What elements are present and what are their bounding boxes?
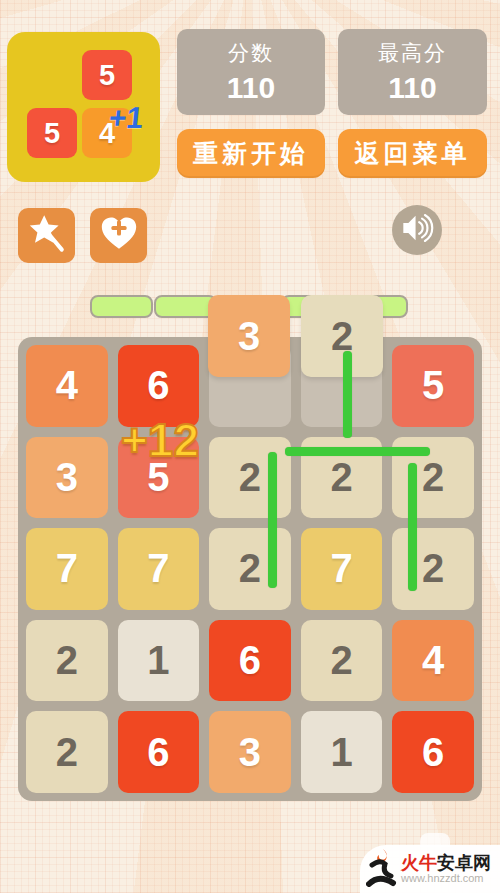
heart-plus-button[interactable] bbox=[90, 208, 147, 263]
board-cell-r4c3[interactable]: 6 bbox=[209, 620, 291, 702]
falling-tile-3[interactable]: 3 bbox=[208, 295, 290, 377]
magic-wand-button[interactable] bbox=[18, 208, 75, 263]
best-score-value: 110 bbox=[388, 71, 436, 105]
best-score-label: 最高分 bbox=[378, 39, 447, 67]
score-panel: 分数 110 bbox=[177, 29, 325, 115]
board-cell-r3c5[interactable]: 2 bbox=[392, 528, 474, 610]
heart-plus-icon bbox=[96, 212, 142, 260]
merge-path-line-horizontal bbox=[285, 447, 430, 456]
queue-bonus-badge: +1 bbox=[107, 101, 145, 135]
magic-wand-icon bbox=[24, 212, 70, 260]
watermark-url: www.hnzzdt.com bbox=[401, 873, 491, 885]
board-cell-r5c1[interactable]: 2 bbox=[26, 711, 108, 793]
queue-tile: 5 bbox=[27, 108, 77, 158]
progress-segment bbox=[90, 295, 153, 318]
score-label: 分数 bbox=[228, 39, 274, 67]
board-cell-r5c4[interactable]: 1 bbox=[301, 711, 383, 793]
falling-tile-2[interactable]: 2 bbox=[301, 295, 383, 377]
score-value: 110 bbox=[227, 71, 275, 105]
board-cell-r4c4[interactable]: 2 bbox=[301, 620, 383, 702]
board-cell-r2c3[interactable]: 2 bbox=[209, 437, 291, 519]
board-cell-r4c2[interactable]: 1 bbox=[118, 620, 200, 702]
back-to-menu-button[interactable]: 返回菜单 bbox=[338, 129, 487, 178]
board-cell-r4c5[interactable]: 4 bbox=[392, 620, 474, 702]
best-score-panel: 最高分 110 bbox=[338, 29, 487, 115]
speaker-icon bbox=[399, 211, 435, 249]
board-cell-r2c1[interactable]: 3 bbox=[26, 437, 108, 519]
board-cell-r3c1[interactable]: 7 bbox=[26, 528, 108, 610]
next-tiles-card: 5 5 4 +1 bbox=[7, 32, 160, 182]
merge-score-popup: +12 bbox=[100, 413, 220, 467]
board-cell-r1c5[interactable]: 5 bbox=[392, 345, 474, 427]
board-cell-r3c3[interactable]: 2 bbox=[209, 528, 291, 610]
board-cell-r5c5[interactable]: 6 bbox=[392, 711, 474, 793]
restart-button[interactable]: 重新开始 bbox=[177, 129, 325, 178]
sound-button[interactable] bbox=[392, 205, 442, 255]
merge-path-line-vertical-1 bbox=[343, 351, 352, 438]
merge-path-line-vertical-2 bbox=[268, 452, 277, 588]
watermark-logo-icon bbox=[366, 847, 398, 891]
board-cell-r1c1[interactable]: 4 bbox=[26, 345, 108, 427]
watermark: 火牛安卓网 www.hnzzdt.com bbox=[360, 845, 500, 893]
queue-tile: 5 bbox=[82, 50, 132, 100]
board-cell-r3c2[interactable]: 7 bbox=[118, 528, 200, 610]
board-cell-r5c3[interactable]: 3 bbox=[209, 711, 291, 793]
merge-path-line-vertical-3 bbox=[408, 463, 417, 591]
board-cell-r4c1[interactable]: 2 bbox=[26, 620, 108, 702]
board-cell-r5c2[interactable]: 6 bbox=[118, 711, 200, 793]
board-cell-r3c4[interactable]: 7 bbox=[301, 528, 383, 610]
game-screen: 5 5 4 +1 分数 110 最高分 110 重新开始 返回菜单 bbox=[0, 0, 500, 893]
watermark-title: 火牛安卓网 bbox=[401, 854, 491, 873]
